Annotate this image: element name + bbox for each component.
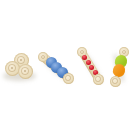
- disc-ring: [95, 76, 100, 81]
- disc-ring: [65, 75, 70, 80]
- disc-ring: [122, 50, 127, 55]
- disc-ring: [80, 50, 85, 55]
- disc-hole: [20, 59, 22, 61]
- trefoil-disc: [18, 64, 33, 79]
- disc-ring: [112, 78, 117, 83]
- disc-ring: [41, 55, 46, 60]
- wood-end-cap: [110, 76, 121, 87]
- wood-end-cap: [93, 74, 104, 85]
- red-dot: [89, 65, 94, 70]
- disc-hole: [24, 70, 26, 72]
- red-dot: [82, 55, 87, 60]
- wood-end-cap: [63, 73, 74, 84]
- product-photo: [0, 0, 135, 135]
- disc-hole: [11, 67, 13, 69]
